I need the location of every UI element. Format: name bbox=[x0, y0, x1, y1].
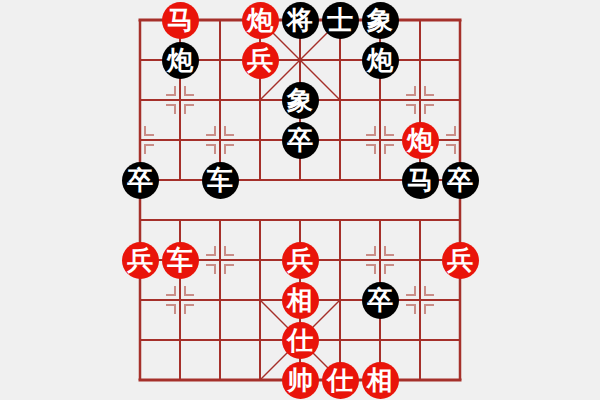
board-point[interactable] bbox=[440, 120, 480, 160]
black-soldier[interactable]: 卒 bbox=[442, 162, 479, 199]
board-point[interactable]: 卒 bbox=[360, 280, 400, 320]
board-point[interactable]: 车 bbox=[200, 160, 240, 200]
board-point[interactable]: 炮 bbox=[400, 120, 440, 160]
board-point[interactable]: 兵 bbox=[280, 240, 320, 280]
board-point[interactable] bbox=[280, 200, 320, 240]
board-point[interactable]: 象 bbox=[280, 80, 320, 120]
board-point[interactable] bbox=[200, 320, 240, 360]
board-point[interactable] bbox=[240, 120, 280, 160]
board-point[interactable] bbox=[160, 360, 200, 400]
black-soldier[interactable]: 卒 bbox=[282, 122, 319, 159]
board-point[interactable] bbox=[400, 0, 440, 40]
board-point[interactable] bbox=[120, 200, 160, 240]
board-point[interactable]: 象 bbox=[360, 0, 400, 40]
board-point[interactable] bbox=[120, 80, 160, 120]
board-point[interactable] bbox=[400, 280, 440, 320]
board-point[interactable] bbox=[320, 40, 360, 80]
board-point[interactable] bbox=[320, 80, 360, 120]
board-point[interactable]: 仕 bbox=[280, 320, 320, 360]
board-point[interactable]: 兵 bbox=[240, 40, 280, 80]
red-soldier[interactable]: 兵 bbox=[242, 42, 279, 79]
board-point[interactable] bbox=[240, 200, 280, 240]
board-point[interactable] bbox=[320, 240, 360, 280]
board-point[interactable] bbox=[440, 320, 480, 360]
board-point[interactable] bbox=[160, 80, 200, 120]
board-point[interactable] bbox=[200, 280, 240, 320]
black-chariot[interactable]: 车 bbox=[202, 162, 239, 199]
red-soldier[interactable]: 兵 bbox=[122, 242, 159, 279]
board-point[interactable]: 马 bbox=[400, 160, 440, 200]
black-cannon[interactable]: 炮 bbox=[362, 42, 399, 79]
board-point[interactable] bbox=[280, 160, 320, 200]
board-point[interactable]: 卒 bbox=[440, 160, 480, 200]
red-advisor[interactable]: 仕 bbox=[322, 362, 359, 399]
board-point[interactable]: 炮 bbox=[360, 40, 400, 80]
board-point[interactable] bbox=[360, 120, 400, 160]
red-soldier[interactable]: 兵 bbox=[282, 242, 319, 279]
xiangqi-board: 马炮将士象炮兵炮象卒炮卒车马卒兵车兵兵相卒仕帅仕相 bbox=[0, 0, 600, 400]
black-elephant[interactable]: 象 bbox=[282, 82, 319, 119]
board-point[interactable] bbox=[120, 320, 160, 360]
black-horse[interactable]: 马 bbox=[402, 162, 439, 199]
board-point[interactable] bbox=[240, 360, 280, 400]
board-point[interactable] bbox=[320, 280, 360, 320]
board-point[interactable] bbox=[400, 360, 440, 400]
red-elephant[interactable]: 相 bbox=[282, 282, 319, 319]
board-point[interactable]: 相 bbox=[360, 360, 400, 400]
board-point[interactable] bbox=[160, 120, 200, 160]
board-point[interactable] bbox=[400, 40, 440, 80]
board-point[interactable]: 相 bbox=[280, 280, 320, 320]
black-advisor[interactable]: 士 bbox=[322, 2, 359, 39]
board-point[interactable] bbox=[320, 120, 360, 160]
board-point[interactable]: 兵 bbox=[120, 240, 160, 280]
board-point[interactable] bbox=[440, 200, 480, 240]
black-elephant[interactable]: 象 bbox=[362, 2, 399, 39]
black-cannon[interactable]: 炮 bbox=[162, 42, 199, 79]
board-point[interactable] bbox=[320, 200, 360, 240]
board-point[interactable]: 车 bbox=[160, 240, 200, 280]
board-point[interactable] bbox=[280, 40, 320, 80]
red-chariot[interactable]: 车 bbox=[162, 242, 199, 279]
board-point[interactable] bbox=[120, 40, 160, 80]
red-elephant[interactable]: 相 bbox=[362, 362, 399, 399]
board-point[interactable] bbox=[360, 160, 400, 200]
board-point[interactable]: 卒 bbox=[120, 160, 160, 200]
board-point[interactable] bbox=[200, 40, 240, 80]
board-point[interactable] bbox=[200, 80, 240, 120]
board-point[interactable] bbox=[440, 0, 480, 40]
board-point[interactable] bbox=[120, 0, 160, 40]
board-point[interactable] bbox=[160, 280, 200, 320]
black-general[interactable]: 将 bbox=[282, 2, 319, 39]
board-point[interactable] bbox=[440, 280, 480, 320]
board-point[interactable] bbox=[200, 360, 240, 400]
board-point[interactable] bbox=[360, 80, 400, 120]
board-point[interactable]: 马 bbox=[160, 0, 200, 40]
board-point[interactable] bbox=[240, 320, 280, 360]
board-point[interactable]: 卒 bbox=[280, 120, 320, 160]
board-point[interactable]: 炮 bbox=[160, 40, 200, 80]
board-point[interactable] bbox=[400, 80, 440, 120]
board-point[interactable]: 仕 bbox=[320, 360, 360, 400]
board-point[interactable] bbox=[360, 240, 400, 280]
board-point[interactable] bbox=[320, 320, 360, 360]
red-cannon[interactable]: 炮 bbox=[242, 2, 279, 39]
board-point[interactable]: 炮 bbox=[240, 0, 280, 40]
red-general[interactable]: 帅 bbox=[282, 362, 319, 399]
board-point[interactable] bbox=[360, 320, 400, 360]
board-point[interactable] bbox=[200, 0, 240, 40]
board-point[interactable]: 士 bbox=[320, 0, 360, 40]
board-point[interactable] bbox=[320, 160, 360, 200]
board-point[interactable] bbox=[120, 120, 160, 160]
board-point[interactable] bbox=[240, 80, 280, 120]
black-soldier[interactable]: 卒 bbox=[122, 162, 159, 199]
board-point[interactable] bbox=[160, 200, 200, 240]
board-point[interactable] bbox=[440, 360, 480, 400]
board-point[interactable] bbox=[240, 160, 280, 200]
board-intersections: 马炮将士象炮兵炮象卒炮卒车马卒兵车兵兵相卒仕帅仕相 bbox=[120, 0, 480, 400]
red-horse[interactable]: 马 bbox=[162, 2, 199, 39]
board-point[interactable] bbox=[120, 280, 160, 320]
board-point[interactable]: 帅 bbox=[280, 360, 320, 400]
board-point[interactable] bbox=[240, 280, 280, 320]
red-cannon[interactable]: 炮 bbox=[402, 122, 439, 159]
board-point[interactable] bbox=[160, 320, 200, 360]
board-point[interactable] bbox=[160, 160, 200, 200]
board-point[interactable] bbox=[200, 240, 240, 280]
black-soldier[interactable]: 卒 bbox=[362, 282, 399, 319]
board-point[interactable] bbox=[120, 360, 160, 400]
red-advisor[interactable]: 仕 bbox=[282, 322, 319, 359]
board-point[interactable]: 兵 bbox=[440, 240, 480, 280]
board-point[interactable] bbox=[200, 120, 240, 160]
board-point[interactable] bbox=[400, 240, 440, 280]
board-point[interactable] bbox=[440, 40, 480, 80]
board-point[interactable]: 将 bbox=[280, 0, 320, 40]
board-point[interactable] bbox=[360, 200, 400, 240]
board-point[interactable] bbox=[400, 200, 440, 240]
board-point[interactable] bbox=[440, 80, 480, 120]
board-point[interactable] bbox=[200, 200, 240, 240]
red-soldier[interactable]: 兵 bbox=[442, 242, 479, 279]
board-point[interactable] bbox=[240, 240, 280, 280]
board-point[interactable] bbox=[400, 320, 440, 360]
